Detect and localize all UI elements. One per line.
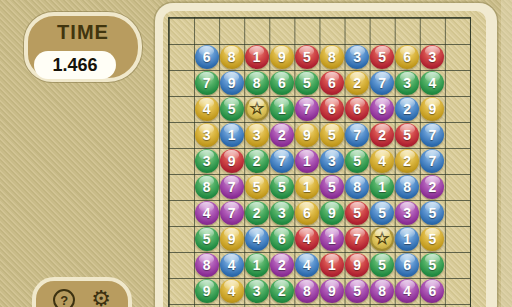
ball-purple-2[interactable]: 2	[420, 175, 444, 199]
gear-icon: ⚙	[91, 286, 111, 307]
screen-edge-highlight	[501, 0, 512, 307]
ball-blue-3[interactable]: 3	[320, 149, 344, 173]
ball-blue-7[interactable]: 7	[420, 149, 444, 173]
ball-blue-7[interactable]: 7	[370, 71, 394, 95]
ball-purple-5[interactable]: 5	[320, 175, 344, 199]
ball-red-5[interactable]: 5	[295, 45, 319, 69]
ball-red-2[interactable]: 2	[370, 123, 394, 147]
ball-yellow-8[interactable]: 8	[320, 45, 344, 69]
ball-red-5[interactable]: 5	[395, 123, 419, 147]
ball-purple-7[interactable]: 7	[220, 201, 244, 225]
ball-green-3[interactable]: 3	[395, 71, 419, 95]
ball-purple-3[interactable]: 3	[395, 201, 419, 225]
ball-green-1[interactable]: 1	[245, 253, 269, 277]
ball-purple-8[interactable]: 8	[295, 279, 319, 303]
ball-green-5[interactable]: 5	[220, 97, 244, 121]
ball-yellow-5[interactable]: 5	[420, 227, 444, 251]
time-label: TIME	[28, 21, 138, 44]
ball-yellow-5[interactable]: 5	[245, 175, 269, 199]
ball-green-8[interactable]: 8	[195, 175, 219, 199]
ball-red-5[interactable]: 5	[370, 45, 394, 69]
ball-red-5[interactable]: 5	[345, 201, 369, 225]
settings-button[interactable]: ⚙	[91, 289, 111, 307]
ball-purple-8[interactable]: 8	[370, 97, 394, 121]
ball-green-2[interactable]: 2	[245, 201, 269, 225]
ball-purple-8[interactable]: 8	[195, 253, 219, 277]
ball-red-4[interactable]: 4	[295, 227, 319, 251]
ball-red-9[interactable]: 9	[220, 149, 244, 173]
ball-green-9[interactable]: 9	[195, 279, 219, 303]
ball-yellow-2[interactable]: 2	[395, 149, 419, 173]
ball-blue-3[interactable]: 3	[345, 45, 369, 69]
ball-yellow-9[interactable]: 9	[220, 227, 244, 251]
ball-green-2[interactable]: 2	[270, 279, 294, 303]
ball-green-1[interactable]: 1	[270, 97, 294, 121]
ball-blue-4[interactable]: 4	[220, 253, 244, 277]
ball-yellow-8[interactable]: 8	[220, 45, 244, 69]
ball-green-5[interactable]: 5	[370, 253, 394, 277]
ball-purple-2[interactable]: 2	[270, 253, 294, 277]
ball-blue-4[interactable]: 4	[295, 253, 319, 277]
star-coin[interactable]: ☆	[370, 227, 394, 251]
ball-blue-9[interactable]: 9	[220, 71, 244, 95]
ball-green-5[interactable]: 5	[420, 253, 444, 277]
ball-red-1[interactable]: 1	[320, 253, 344, 277]
ball-blue-4[interactable]: 4	[245, 227, 269, 251]
ball-purple-7[interactable]: 7	[220, 175, 244, 199]
ball-blue-8[interactable]: 8	[345, 175, 369, 199]
ball-red-6[interactable]: 6	[345, 97, 369, 121]
ball-red-1[interactable]: 1	[245, 45, 269, 69]
ball-red-6[interactable]: 6	[320, 71, 344, 95]
ball-blue-7[interactable]: 7	[270, 149, 294, 173]
ball-yellow-3[interactable]: 3	[195, 123, 219, 147]
ball-red-9[interactable]: 9	[345, 253, 369, 277]
ball-blue-6[interactable]: 6	[195, 45, 219, 69]
ball-purple-9[interactable]: 9	[320, 279, 344, 303]
ball-purple-4[interactable]: 4	[195, 201, 219, 225]
ball-green-7[interactable]: 7	[195, 71, 219, 95]
ball-green-3[interactable]: 3	[245, 279, 269, 303]
ball-yellow-1[interactable]: 1	[295, 175, 319, 199]
ball-yellow-5[interactable]: 5	[320, 123, 344, 147]
ball-green-5[interactable]: 5	[345, 149, 369, 173]
ball-green-3[interactable]: 3	[270, 201, 294, 225]
ball-yellow-6[interactable]: 6	[295, 201, 319, 225]
ball-green-3[interactable]: 3	[195, 149, 219, 173]
time-display: TIME 1.466	[24, 12, 142, 82]
ball-blue-5[interactable]: 5	[420, 201, 444, 225]
ball-blue-7[interactable]: 7	[420, 123, 444, 147]
ball-green-5[interactable]: 5	[295, 71, 319, 95]
ball-red-7[interactable]: 7	[345, 227, 369, 251]
ball-yellow-9[interactable]: 9	[270, 45, 294, 69]
ball-purple-1[interactable]: 1	[320, 227, 344, 251]
ball-green-2[interactable]: 2	[245, 149, 269, 173]
ball-yellow-6[interactable]: 6	[395, 45, 419, 69]
ball-yellow-4[interactable]: 4	[370, 149, 394, 173]
time-value: 1.466	[34, 51, 116, 79]
ball-yellow-9[interactable]: 9	[420, 97, 444, 121]
ball-green-5[interactable]: 5	[195, 227, 219, 251]
ball-blue-2[interactable]: 2	[395, 97, 419, 121]
ball-blue-5[interactable]: 5	[370, 201, 394, 225]
ball-green-9[interactable]: 9	[320, 201, 344, 225]
ball-yellow-9[interactable]: 9	[295, 123, 319, 147]
ball-purple-1[interactable]: 1	[295, 149, 319, 173]
ball-purple-6[interactable]: 6	[420, 279, 444, 303]
ball-purple-5[interactable]: 5	[345, 279, 369, 303]
help-button[interactable]: ?	[53, 289, 75, 307]
toolbar-badge: ? ⚙	[32, 277, 132, 307]
question-mark-icon: ?	[60, 293, 68, 307]
ball-blue-8[interactable]: 8	[395, 175, 419, 199]
ball-yellow-4[interactable]: 4	[220, 279, 244, 303]
ball-blue-1[interactable]: 1	[395, 227, 419, 251]
ball-blue-6[interactable]: 6	[395, 253, 419, 277]
ball-green-6[interactable]: 6	[270, 71, 294, 95]
ball-red-3[interactable]: 3	[420, 45, 444, 69]
star-coin[interactable]: ☆	[245, 97, 269, 121]
ball-purple-8[interactable]: 8	[370, 279, 394, 303]
ball-yellow-2[interactable]: 2	[345, 71, 369, 95]
board-grid: 6819583563798656273445☆17668293132957257…	[168, 17, 471, 307]
ball-purple-4[interactable]: 4	[395, 279, 419, 303]
ball-yellow-4[interactable]: 4	[195, 97, 219, 121]
ball-red-6[interactable]: 6	[320, 97, 344, 121]
ball-green-5[interactable]: 5	[270, 175, 294, 199]
ball-purple-7[interactable]: 7	[295, 97, 319, 121]
ball-green-4[interactable]: 4	[420, 71, 444, 95]
ball-green-1[interactable]: 1	[370, 175, 394, 199]
ball-purple-2[interactable]: 2	[270, 123, 294, 147]
ball-green-6[interactable]: 6	[270, 227, 294, 251]
game-screen: 6819583563798656273445☆17668293132957257…	[0, 0, 512, 307]
ball-blue-1[interactable]: 1	[220, 123, 244, 147]
ball-green-8[interactable]: 8	[245, 71, 269, 95]
ball-blue-7[interactable]: 7	[345, 123, 369, 147]
ball-yellow-3[interactable]: 3	[245, 123, 269, 147]
